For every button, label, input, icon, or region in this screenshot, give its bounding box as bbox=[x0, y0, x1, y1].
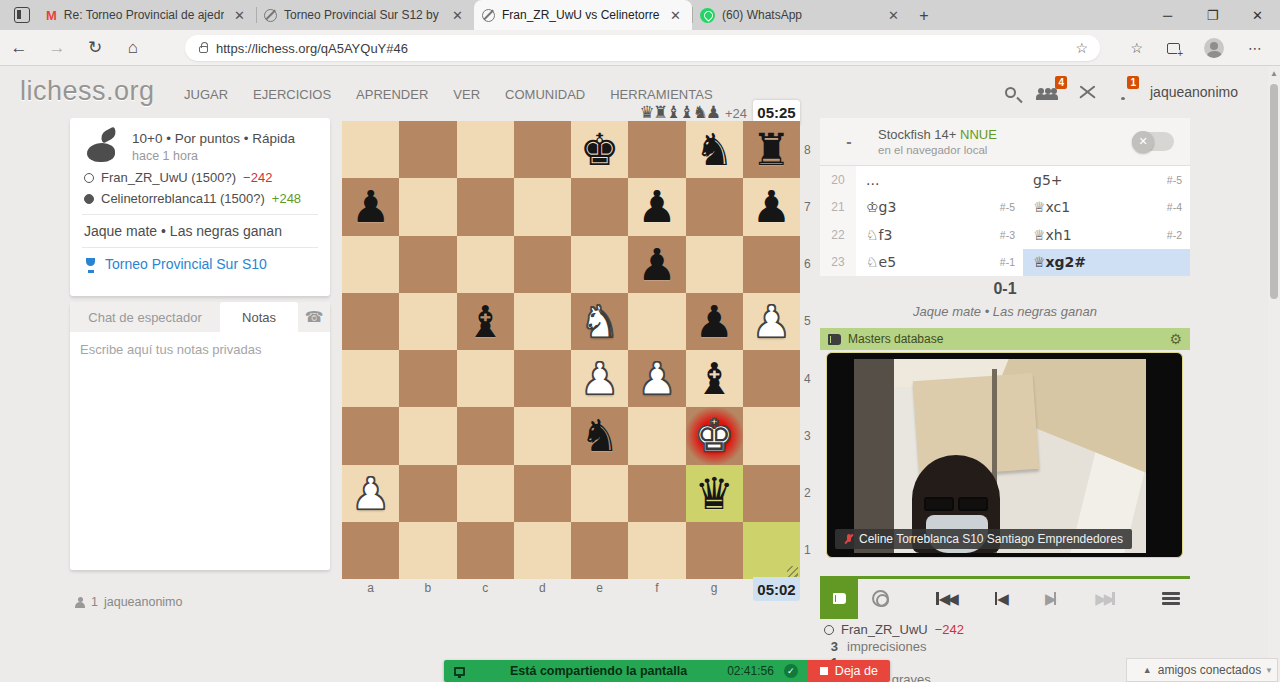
square-h6[interactable] bbox=[743, 236, 800, 293]
move-row: 23♘e5#-1♕xg2# bbox=[820, 249, 1190, 277]
summary-row: 3imprecisiones bbox=[824, 639, 1190, 654]
gear-icon[interactable]: ⚙ bbox=[1169, 331, 1182, 347]
square-a7[interactable]: ♟ bbox=[342, 178, 399, 235]
webcam-feed bbox=[854, 359, 1146, 553]
time-control: 10+0 • Por puntos • Rápida bbox=[132, 131, 295, 146]
nav-herramientas[interactable]: HERRAMIENTAS bbox=[610, 87, 712, 102]
book-icon bbox=[828, 334, 841, 345]
book-icon bbox=[833, 593, 846, 604]
move-cell[interactable]: ♘f3#-3 bbox=[856, 221, 1023, 249]
whatsapp-icon bbox=[700, 8, 715, 23]
engine-name: Stockfish 14+ NNUE bbox=[878, 127, 1132, 142]
move-cell[interactable]: ♕xh1#-2 bbox=[1023, 221, 1190, 249]
move-cell[interactable]: ... bbox=[856, 166, 1023, 194]
square-f7[interactable]: ♟ bbox=[628, 178, 685, 235]
square-g7[interactable] bbox=[686, 178, 743, 235]
minimize-button[interactable]: ─ bbox=[1145, 0, 1190, 30]
material-advantage: +24 bbox=[725, 106, 747, 121]
square-a6[interactable] bbox=[342, 236, 399, 293]
stop-sharing-label: Deja de bbox=[835, 664, 878, 678]
square-h2[interactable] bbox=[743, 465, 800, 522]
webcam-caption: Celine Torreblanca S10 Santiago Emprende… bbox=[835, 529, 1132, 549]
square-f6[interactable]: ♟ bbox=[628, 236, 685, 293]
square-e7[interactable] bbox=[571, 178, 628, 235]
square-f4[interactable]: ♟ bbox=[628, 350, 685, 407]
square-h5[interactable]: ♟ bbox=[743, 293, 800, 350]
collapse-up-icon: ▲ bbox=[1143, 665, 1152, 675]
square-d3[interactable] bbox=[514, 407, 571, 464]
black-king[interactable]: ♚ bbox=[580, 121, 619, 178]
move-san[interactable]: ... bbox=[866, 172, 879, 188]
restore-button[interactable]: ❐ bbox=[1190, 0, 1235, 30]
black-bishop[interactable]: ♝ bbox=[465, 293, 504, 350]
square-c2[interactable] bbox=[457, 465, 514, 522]
result-score: 0-1 bbox=[820, 280, 1190, 298]
engine-panel: - Stockfish 14+ NNUE en el navegador loc… bbox=[820, 118, 1190, 166]
rank-label-6: 6 bbox=[804, 236, 811, 293]
square-b7[interactable] bbox=[399, 178, 456, 235]
white-king[interactable]: ♚ bbox=[694, 407, 733, 464]
move-eval: #-4 bbox=[1167, 201, 1182, 213]
tab-title: Torneo Provincial Sur S12 by IND bbox=[284, 8, 442, 22]
move-san[interactable]: ♕xg2# bbox=[1033, 254, 1086, 270]
main-nav: JUGAREJERCICIOSAPRENDERVERCOMUNIDADHERRA… bbox=[184, 87, 713, 102]
white-clock: 05:02 bbox=[753, 577, 800, 601]
share-text: Está compartiendo la pantalla bbox=[475, 664, 717, 678]
menu-ellipsis-icon[interactable]: ⋯ bbox=[1248, 40, 1262, 56]
square-b8[interactable] bbox=[399, 121, 456, 178]
square-f3[interactable] bbox=[628, 407, 685, 464]
back-button[interactable]: ← bbox=[0, 38, 38, 58]
square-b5[interactable] bbox=[399, 293, 456, 350]
move-eval: #-3 bbox=[1000, 229, 1015, 241]
tab-notes[interactable]: Notas bbox=[220, 302, 298, 332]
tab-title: Re: Torneo Provincial de ajedrez bbox=[64, 8, 224, 22]
result-line: Jaque mate • Las negras ganan bbox=[84, 223, 316, 239]
square-e2[interactable] bbox=[571, 465, 628, 522]
browser-toolbar: ← → ↻ ⌂ https://lichess.org/qA5AYQuY#46 … bbox=[0, 30, 1280, 66]
black-rook[interactable]: ♜ bbox=[752, 121, 791, 178]
notifications-bell-icon[interactable]: 1 bbox=[1116, 84, 1130, 100]
black-player-row[interactable]: Celinetorreblanca11 (1500?) +248 bbox=[84, 191, 316, 206]
screen: MRe: Torneo Provincial de ajedrez✕Torneo… bbox=[0, 0, 1280, 682]
file-label-d: d bbox=[514, 581, 571, 595]
window-controls: ─ ❐ ✕ bbox=[1145, 0, 1280, 30]
square-h3[interactable] bbox=[743, 407, 800, 464]
board-resize-handle[interactable] bbox=[787, 566, 798, 577]
home-button[interactable]: ⌂ bbox=[114, 38, 152, 58]
white-player-row[interactable]: Fran_ZR_UwU (1500?) −242 bbox=[84, 170, 316, 185]
muted-mic-icon bbox=[844, 533, 853, 546]
notes-textarea[interactable]: Escribe aquí tus notas privadas bbox=[70, 332, 330, 570]
nav-comunidad[interactable]: COMUNIDAD bbox=[505, 87, 585, 102]
white-player-name[interactable]: Fran_ZR_UwU (1500?) bbox=[101, 170, 236, 185]
profile-avatar[interactable] bbox=[1204, 38, 1224, 58]
tournament-link[interactable]: Torneo Provincial Sur S10 bbox=[84, 256, 316, 272]
square-e5[interactable]: ♞ bbox=[571, 293, 628, 350]
move-eval: #-1 bbox=[1000, 256, 1015, 268]
square-b4[interactable] bbox=[399, 350, 456, 407]
white-knight[interactable]: ♞ bbox=[580, 293, 619, 350]
previous-move-button[interactable]: ◀ bbox=[995, 590, 1006, 608]
move-eval: #-2 bbox=[1167, 229, 1182, 241]
stop-sharing-button[interactable]: Deja de bbox=[808, 660, 890, 682]
move-row: 21♔g3#-5♕xc1#-4 bbox=[820, 194, 1190, 222]
move-cell[interactable]: ♕xc1#-4 bbox=[1023, 194, 1190, 222]
collections-icon[interactable] bbox=[1167, 43, 1180, 54]
tab-spectator-chat[interactable]: Chat de espectador bbox=[70, 302, 220, 332]
friends-bar[interactable]: ▲ amigos conectados ▼ bbox=[1126, 658, 1278, 682]
screen-share-bar: Está compartiendo la pantalla 02:41:56 ✓… bbox=[444, 660, 890, 682]
favorites-icon[interactable]: ☆ bbox=[1130, 40, 1143, 56]
browser-tab[interactable]: Fran_ZR_UwU vs Celinetorreblan✕ bbox=[474, 0, 692, 30]
black-knight[interactable]: ♞ bbox=[580, 407, 619, 464]
square-c5[interactable]: ♝ bbox=[457, 293, 514, 350]
move-row: 22♘f3#-3♕xh1#-2 bbox=[820, 221, 1190, 249]
share-timer: 02:41:56 bbox=[727, 664, 774, 678]
square-b3[interactable] bbox=[399, 407, 456, 464]
close-button[interactable]: ✕ bbox=[1235, 0, 1280, 30]
move-number: 23 bbox=[820, 249, 856, 277]
rank-label-3: 3 bbox=[804, 407, 811, 464]
square-f5[interactable] bbox=[628, 293, 685, 350]
file-label-a: a bbox=[342, 581, 399, 595]
tab-close-icon[interactable]: ✕ bbox=[449, 8, 466, 23]
tab-close-icon[interactable]: ✕ bbox=[885, 8, 902, 23]
square-g2[interactable]: ♛ bbox=[686, 465, 743, 522]
scrollbar-up-icon[interactable]: ▲ bbox=[1270, 69, 1278, 78]
file-label-b: b bbox=[399, 581, 456, 595]
square-d4[interactable] bbox=[514, 350, 571, 407]
rank-label-8: 8 bbox=[804, 121, 811, 178]
white-pawn[interactable]: ♟ bbox=[351, 465, 390, 522]
square-h4[interactable] bbox=[743, 350, 800, 407]
browser-tab[interactable]: Torneo Provincial Sur S12 by IND✕ bbox=[256, 0, 474, 30]
nnue-label: NNUE bbox=[960, 127, 997, 142]
square-h7[interactable]: ♟ bbox=[743, 178, 800, 235]
black-bishop[interactable]: ♝ bbox=[694, 350, 733, 407]
game-meta-card: 10+0 • Por puntos • Rápida hace 1 hora F… bbox=[70, 118, 330, 296]
captured-pieces: ♛♜♝♝♞♟+24 bbox=[595, 102, 747, 122]
black-color-icon bbox=[84, 194, 94, 204]
square-c3[interactable] bbox=[457, 407, 514, 464]
dropdown-down-icon[interactable]: ▼ bbox=[1265, 666, 1273, 675]
challenges-icon[interactable]: 4 bbox=[1036, 84, 1058, 100]
menu-hamburger-icon[interactable] bbox=[1162, 589, 1180, 607]
move-san[interactable]: ♘e5 bbox=[866, 254, 896, 270]
webcam-caption-text: Celine Torreblanca S10 Santiago Emprende… bbox=[859, 532, 1123, 546]
engine-location: en el navegador local bbox=[878, 144, 1132, 156]
url-text[interactable]: https://lichess.org/qA5AYQuY#46 bbox=[216, 41, 1075, 56]
last-move-button[interactable]: ▶▶ bbox=[1095, 590, 1115, 608]
tab-title: (60) WhatsApp bbox=[722, 8, 878, 22]
header-icons: 4 1 jaqueanonimo bbox=[1005, 84, 1238, 100]
analysis-controls: ◀◀ ◀ ▶ ▶▶ bbox=[820, 579, 1190, 619]
white-pawn[interactable]: ♟ bbox=[752, 293, 791, 350]
time-ago: hace 1 hora bbox=[132, 149, 295, 163]
summary-player-name: Fran_ZR_UwU bbox=[841, 622, 928, 637]
square-a3[interactable] bbox=[342, 407, 399, 464]
square-d6[interactable] bbox=[514, 236, 571, 293]
screen-share-icon bbox=[454, 667, 465, 676]
practice-target-icon[interactable] bbox=[872, 590, 889, 607]
white-color-icon bbox=[824, 625, 834, 635]
rank-label-1: 1 bbox=[804, 522, 811, 579]
square-d5[interactable] bbox=[514, 293, 571, 350]
spectator-person-icon bbox=[75, 597, 85, 608]
file-coordinates: abcdefgh bbox=[342, 581, 800, 595]
phone-icon[interactable]: ☎ bbox=[298, 302, 330, 332]
square-c6[interactable] bbox=[457, 236, 514, 293]
toolbar-right: ☆ ⋯ bbox=[1130, 30, 1262, 66]
chat-card: Chat de espectador Notas ☎ Escribe aquí … bbox=[70, 302, 330, 570]
move-row: 20...g5+#-5 bbox=[820, 166, 1190, 194]
tournament-name[interactable]: Torneo Provincial Sur S10 bbox=[105, 256, 267, 272]
move-san[interactable]: ♔g3 bbox=[866, 199, 896, 215]
square-a2[interactable]: ♟ bbox=[342, 465, 399, 522]
engine-toggle-knob[interactable]: ✕ bbox=[1132, 131, 1154, 153]
forward-button[interactable]: → bbox=[38, 38, 76, 58]
gmail-icon: M bbox=[46, 8, 57, 23]
browser-tab[interactable]: MRe: Torneo Provincial de ajedrez✕ bbox=[38, 0, 256, 30]
rank-label-5: 5 bbox=[804, 293, 811, 350]
rapid-rabbit-icon bbox=[84, 130, 120, 164]
lichess-icon bbox=[264, 9, 277, 22]
spectator-name[interactable]: jaqueanonimo bbox=[104, 595, 183, 609]
square-c4[interactable] bbox=[457, 350, 514, 407]
masters-database-title: Masters database bbox=[848, 332, 1162, 346]
square-a4[interactable] bbox=[342, 350, 399, 407]
square-g4[interactable]: ♝ bbox=[686, 350, 743, 407]
move-san[interactable]: g5+ bbox=[1033, 172, 1063, 188]
square-g1[interactable] bbox=[686, 522, 743, 579]
crossed-swords-icon[interactable] bbox=[1078, 84, 1096, 100]
chess-board[interactable]: ♚♞♜♟♟♟♟♝♞♟♟♟♟♝♞♚♟♛ bbox=[342, 121, 800, 579]
black-knight[interactable]: ♞ bbox=[694, 121, 733, 178]
file-label-g: g bbox=[686, 581, 743, 595]
white-pawn[interactable]: ♟ bbox=[637, 350, 676, 407]
square-f1[interactable] bbox=[628, 522, 685, 579]
scrollbar-thumb[interactable] bbox=[1270, 84, 1278, 299]
black-pawn[interactable]: ♟ bbox=[637, 236, 676, 293]
square-f2[interactable] bbox=[628, 465, 685, 522]
move-list: 20...g5+#-521♔g3#-5♕xc1#-422♘f3#-3♕xh1#-… bbox=[820, 166, 1190, 276]
browser-tab-strip: MRe: Torneo Provincial de ajedrez✕Torneo… bbox=[0, 0, 1280, 30]
black-pawn[interactable]: ♟ bbox=[351, 178, 390, 235]
stop-icon bbox=[820, 667, 828, 675]
square-b2[interactable] bbox=[399, 465, 456, 522]
black-pawn[interactable]: ♟ bbox=[694, 293, 733, 350]
move-cell[interactable]: ♘e5#-1 bbox=[856, 249, 1023, 277]
challenges-badge: 4 bbox=[1055, 76, 1067, 89]
search-icon[interactable] bbox=[1005, 87, 1016, 98]
rank-label-7: 7 bbox=[804, 178, 811, 235]
first-move-button[interactable]: ◀◀ bbox=[936, 590, 956, 608]
notifications-badge: 1 bbox=[1127, 76, 1139, 89]
white-pawn[interactable]: ♟ bbox=[580, 350, 619, 407]
file-label-e: e bbox=[571, 581, 628, 595]
summary-rating-delta: −242 bbox=[935, 622, 964, 637]
nav-ejercicios[interactable]: EJERCICIOS bbox=[253, 87, 331, 102]
move-cell[interactable]: ♕xg2# bbox=[1023, 249, 1190, 277]
square-h8[interactable]: ♜ bbox=[743, 121, 800, 178]
engine-toggle[interactable]: ✕ bbox=[1132, 132, 1174, 151]
refresh-button[interactable]: ↻ bbox=[76, 37, 114, 58]
move-number: 20 bbox=[820, 166, 856, 194]
tab-close-icon[interactable]: ✕ bbox=[667, 8, 684, 23]
webcam-video[interactable]: Celine Torreblanca S10 Santiago Emprende… bbox=[826, 352, 1183, 558]
browser-tabs: MRe: Torneo Provincial de ajedrez✕Torneo… bbox=[38, 0, 938, 30]
result-text: Jaque mate • Las negras ganan bbox=[820, 304, 1190, 319]
square-b6[interactable] bbox=[399, 236, 456, 293]
move-cell[interactable]: g5+#-5 bbox=[1023, 166, 1190, 194]
move-cell[interactable]: ♔g3#-5 bbox=[856, 194, 1023, 222]
square-d2[interactable] bbox=[514, 465, 571, 522]
masters-database-bar[interactable]: Masters database ⚙ bbox=[820, 328, 1190, 350]
file-label-f: f bbox=[628, 581, 685, 595]
favorite-star-icon[interactable]: ☆ bbox=[1075, 40, 1088, 56]
square-g8[interactable]: ♞ bbox=[686, 121, 743, 178]
move-number: 22 bbox=[820, 221, 856, 249]
nav-ver[interactable]: VER bbox=[453, 87, 480, 102]
square-g5[interactable]: ♟ bbox=[686, 293, 743, 350]
square-d1[interactable] bbox=[514, 522, 571, 579]
square-e8[interactable]: ♚ bbox=[571, 121, 628, 178]
friends-label: amigos conectados bbox=[1158, 663, 1261, 677]
square-c1[interactable] bbox=[457, 522, 514, 579]
square-c8[interactable] bbox=[457, 121, 514, 178]
spectators-count: 1 bbox=[91, 595, 98, 609]
square-g3[interactable]: ♚ bbox=[686, 407, 743, 464]
file-label-c: c bbox=[457, 581, 514, 595]
black-rating-delta: +248 bbox=[272, 191, 301, 206]
black-player-name[interactable]: Celinetorreblanca11 (1500?) bbox=[101, 191, 265, 206]
square-f8[interactable] bbox=[628, 121, 685, 178]
square-c7[interactable] bbox=[457, 178, 514, 235]
move-san[interactable]: ♕xc1 bbox=[1033, 199, 1070, 215]
lichess-icon bbox=[482, 9, 495, 22]
spectators-line: 1 jaqueanonimo bbox=[75, 595, 183, 609]
address-bar[interactable]: https://lichess.org/qA5AYQuY#46 ☆ bbox=[185, 35, 1100, 61]
rank-coordinates: 87654321 bbox=[804, 121, 811, 579]
square-a8[interactable] bbox=[342, 121, 399, 178]
rank-label-4: 4 bbox=[804, 350, 811, 407]
opening-explorer-button[interactable] bbox=[820, 579, 858, 619]
move-san[interactable]: ♘f3 bbox=[866, 227, 892, 243]
rank-label-2: 2 bbox=[804, 465, 811, 522]
white-rating-delta: −242 bbox=[243, 170, 272, 185]
black-queen[interactable]: ♛ bbox=[694, 465, 733, 522]
lichess-logo[interactable]: lichess.org bbox=[20, 76, 155, 107]
square-e3[interactable]: ♞ bbox=[571, 407, 628, 464]
white-color-icon bbox=[84, 173, 94, 183]
square-e1[interactable] bbox=[571, 522, 628, 579]
lock-icon bbox=[199, 46, 208, 53]
square-a1[interactable] bbox=[342, 522, 399, 579]
square-a5[interactable] bbox=[342, 293, 399, 350]
square-e6[interactable] bbox=[571, 236, 628, 293]
move-eval: #-5 bbox=[1000, 201, 1015, 213]
engine-eval: - bbox=[820, 133, 878, 151]
nav-aprender[interactable]: APRENDER bbox=[356, 87, 428, 102]
black-pawn[interactable]: ♟ bbox=[752, 178, 791, 235]
trophy-icon bbox=[84, 258, 97, 271]
browser-tab[interactable]: (60) WhatsApp✕ bbox=[692, 0, 910, 30]
square-d8[interactable] bbox=[514, 121, 571, 178]
move-eval: #-5 bbox=[1167, 174, 1182, 186]
black-pawn[interactable]: ♟ bbox=[637, 178, 676, 235]
tab-actions-icon[interactable] bbox=[14, 7, 30, 23]
nav-jugar[interactable]: JUGAR bbox=[184, 87, 228, 102]
move-number: 21 bbox=[820, 194, 856, 222]
move-san[interactable]: ♕xh1 bbox=[1033, 227, 1072, 243]
square-e4[interactable]: ♟ bbox=[571, 350, 628, 407]
result-block: 0-1 Jaque mate • Las negras ganan bbox=[820, 280, 1190, 319]
tab-close-icon[interactable]: ✕ bbox=[231, 8, 248, 23]
new-tab-button[interactable]: + bbox=[910, 2, 938, 30]
tab-title: Fran_ZR_UwU vs Celinetorreblan bbox=[502, 8, 660, 22]
page-scrollbar[interactable]: ▲ bbox=[1268, 66, 1280, 682]
square-g6[interactable] bbox=[686, 236, 743, 293]
square-d7[interactable] bbox=[514, 178, 571, 235]
next-move-button[interactable]: ▶ bbox=[1045, 590, 1056, 608]
username[interactable]: jaqueanonimo bbox=[1150, 84, 1238, 100]
share-check-icon: ✓ bbox=[784, 664, 798, 678]
square-b1[interactable] bbox=[399, 522, 456, 579]
